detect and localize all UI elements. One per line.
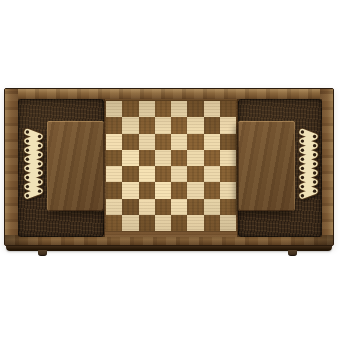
chess-square[interactable] [220, 117, 236, 133]
chess-square[interactable] [204, 117, 220, 133]
chessboard-grid [106, 101, 236, 231]
chess-square[interactable] [187, 215, 203, 231]
chess-square[interactable] [139, 166, 155, 182]
case-frame-top [5, 89, 333, 99]
chess-square[interactable] [155, 134, 171, 150]
chess-square[interactable] [204, 166, 220, 182]
chain-ornament-right-icon [296, 126, 321, 203]
chess-square[interactable] [155, 182, 171, 198]
chess-square[interactable] [155, 150, 171, 166]
dark-panel-right [238, 99, 322, 237]
chess-square[interactable] [220, 182, 236, 198]
backgammon-case [4, 88, 334, 246]
chess-square[interactable] [155, 101, 171, 117]
chess-square[interactable] [187, 101, 203, 117]
chess-square[interactable] [139, 182, 155, 198]
chess-square[interactable] [171, 166, 187, 182]
chess-square[interactable] [171, 101, 187, 117]
chess-square[interactable] [171, 182, 187, 198]
case-frame-left [5, 89, 18, 245]
chess-square[interactable] [187, 166, 203, 182]
case-bottom-edge [6, 246, 332, 251]
photo-canvas [0, 0, 340, 340]
chess-square[interactable] [122, 150, 138, 166]
chess-square[interactable] [122, 215, 138, 231]
chess-square[interactable] [106, 101, 122, 117]
chess-square[interactable] [187, 199, 203, 215]
chess-square[interactable] [220, 199, 236, 215]
chess-square[interactable] [171, 199, 187, 215]
chess-square[interactable] [139, 117, 155, 133]
chess-square[interactable] [122, 117, 138, 133]
center-field [104, 99, 238, 237]
chess-square[interactable] [187, 150, 203, 166]
chess-square[interactable] [204, 215, 220, 231]
chess-square[interactable] [204, 101, 220, 117]
chess-square[interactable] [171, 150, 187, 166]
chess-square[interactable] [106, 150, 122, 166]
chess-square[interactable] [106, 134, 122, 150]
chess-square[interactable] [155, 166, 171, 182]
chess-square[interactable] [171, 215, 187, 231]
chess-square[interactable] [122, 134, 138, 150]
chess-square[interactable] [187, 134, 203, 150]
chess-square[interactable] [155, 215, 171, 231]
chess-square[interactable] [220, 215, 236, 231]
chess-square[interactable] [122, 199, 138, 215]
case-foot-right [288, 250, 297, 256]
case-foot-left [38, 250, 47, 256]
chess-square[interactable] [220, 134, 236, 150]
chess-square[interactable] [122, 101, 138, 117]
chess-square[interactable] [187, 182, 203, 198]
chain-ornament-left-icon [21, 126, 46, 203]
chess-square[interactable] [106, 182, 122, 198]
chess-square[interactable] [204, 150, 220, 166]
chess-square[interactable] [155, 199, 171, 215]
chess-square[interactable] [204, 199, 220, 215]
chess-square[interactable] [204, 134, 220, 150]
chess-square[interactable] [122, 166, 138, 182]
chess-square[interactable] [155, 117, 171, 133]
case-lid-inner [18, 99, 322, 237]
chess-square[interactable] [106, 166, 122, 182]
raised-panel-right [238, 121, 295, 211]
chess-square[interactable] [139, 215, 155, 231]
chess-square[interactable] [139, 134, 155, 150]
chess-square[interactable] [220, 150, 236, 166]
dark-panel-left [18, 99, 104, 237]
chess-square[interactable] [204, 182, 220, 198]
chess-square[interactable] [106, 117, 122, 133]
chess-square[interactable] [220, 101, 236, 117]
chess-square[interactable] [106, 199, 122, 215]
chess-square[interactable] [171, 134, 187, 150]
chess-square[interactable] [106, 215, 122, 231]
chess-square[interactable] [122, 182, 138, 198]
chess-square[interactable] [139, 150, 155, 166]
chess-square[interactable] [139, 199, 155, 215]
chess-square[interactable] [171, 117, 187, 133]
chess-square[interactable] [139, 101, 155, 117]
raised-panel-left [47, 121, 104, 211]
chess-square[interactable] [187, 117, 203, 133]
chess-square[interactable] [220, 166, 236, 182]
